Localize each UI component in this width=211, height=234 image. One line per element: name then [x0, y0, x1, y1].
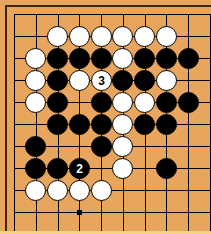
black-stone[interactable]: [156, 158, 177, 179]
black-stone[interactable]: [156, 114, 177, 135]
white-stone[interactable]: [25, 70, 46, 91]
black-stone[interactable]: [156, 92, 177, 113]
black-stone[interactable]: [25, 158, 46, 179]
white-stone[interactable]: [112, 26, 133, 47]
grid-horizontal-line: [14, 14, 211, 15]
black-stone[interactable]: [156, 48, 177, 69]
white-stone[interactable]: [112, 158, 133, 179]
white-stone[interactable]: [25, 92, 46, 113]
white-stone[interactable]: [47, 180, 68, 201]
white-stone[interactable]: [69, 26, 90, 47]
white-stone[interactable]: [25, 48, 46, 69]
star-point: [77, 210, 82, 215]
white-stone[interactable]: [112, 114, 133, 135]
black-stone[interactable]: [178, 92, 199, 113]
grid-horizontal-line: [14, 212, 211, 213]
white-stone[interactable]: [112, 92, 133, 113]
white-stone[interactable]: [134, 92, 155, 113]
board-frame-top-edge: [5, 5, 211, 7]
move-number-label: 2: [76, 163, 83, 175]
black-stone[interactable]: [47, 92, 68, 113]
black-stone[interactable]: [112, 70, 133, 91]
move-number-label: 3: [98, 75, 105, 87]
white-stone[interactable]: [25, 180, 46, 201]
black-stone[interactable]: [47, 158, 68, 179]
black-stone[interactable]: [25, 136, 46, 157]
black-stone[interactable]: [134, 114, 155, 135]
go-diagram: 32: [0, 0, 211, 234]
black-stone[interactable]: [47, 48, 68, 69]
black-stone[interactable]: [91, 92, 112, 113]
white-stone[interactable]: [156, 70, 177, 91]
black-stone[interactable]: [69, 48, 90, 69]
white-stone[interactable]: [156, 26, 177, 47]
black-stone[interactable]: [69, 114, 90, 135]
black-stone[interactable]: [134, 48, 155, 69]
black-stone[interactable]: [91, 114, 112, 135]
board-frame-left-edge: [5, 5, 7, 234]
black-stone[interactable]: [47, 114, 68, 135]
white-stone[interactable]: [134, 26, 155, 47]
white-stone[interactable]: [69, 180, 90, 201]
white-stone[interactable]: [91, 26, 112, 47]
bottom-edge-strip: [0, 231, 211, 234]
black-stone[interactable]: 2: [69, 158, 90, 179]
black-stone[interactable]: [178, 48, 199, 69]
black-stone[interactable]: [91, 136, 112, 157]
white-stone[interactable]: [69, 70, 90, 91]
white-stone[interactable]: [47, 26, 68, 47]
black-stone[interactable]: [47, 70, 68, 91]
black-stone[interactable]: [134, 70, 155, 91]
white-stone[interactable]: [112, 48, 133, 69]
white-stone[interactable]: [91, 180, 112, 201]
white-stone[interactable]: 3: [91, 70, 112, 91]
white-stone[interactable]: [112, 136, 133, 157]
black-stone[interactable]: [91, 48, 112, 69]
